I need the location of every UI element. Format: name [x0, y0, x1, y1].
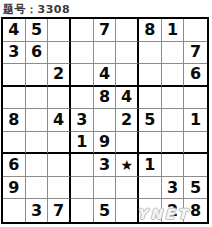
puzzle-title: 题号：3308	[3, 2, 70, 17]
cell-r2c9: 7	[184, 42, 207, 65]
cell-r9c8: 2	[162, 199, 185, 222]
cell-r9c1	[3, 199, 26, 222]
cell-r7c9	[184, 154, 207, 177]
cell-r1c6	[116, 19, 139, 42]
cell-r3c6	[116, 64, 139, 87]
cell-r5c3: 4	[48, 109, 71, 132]
cell-r2c5	[94, 42, 117, 65]
cell-r2c3	[48, 42, 71, 65]
cell-r1c8: 1	[162, 19, 185, 42]
cell-r4c4	[71, 87, 94, 110]
cell-r6c6	[116, 132, 139, 155]
cell-r8c8: 3	[162, 177, 185, 200]
cell-r6c1	[3, 132, 26, 155]
cell-r4c2	[26, 87, 49, 110]
cell-r4c3	[48, 87, 71, 110]
cell-r2c6	[116, 42, 139, 65]
cell-r9c5: 5	[94, 199, 117, 222]
cell-r5c1: 8	[3, 109, 26, 132]
cell-r7c5: 3	[94, 154, 117, 177]
cell-r7c2	[26, 154, 49, 177]
cell-r2c2: 6	[26, 42, 49, 65]
cell-r6c9	[184, 132, 207, 155]
cell-r3c2	[26, 64, 49, 87]
cell-r8c6	[116, 177, 139, 200]
sudoku-board: 45781367246848432511963★193537528	[1, 17, 209, 224]
cell-r1c9	[184, 19, 207, 42]
cell-r9c6	[116, 199, 139, 222]
cell-r5c4: 3	[71, 109, 94, 132]
cell-r4c5: 8	[94, 87, 117, 110]
cell-r9c2: 3	[26, 199, 49, 222]
cell-r7c1: 6	[3, 154, 26, 177]
cell-r7c4	[71, 154, 94, 177]
cell-r4c8	[162, 87, 185, 110]
cell-r3c4	[71, 64, 94, 87]
cell-r7c3	[48, 154, 71, 177]
cell-r4c9	[184, 87, 207, 110]
cell-r6c3	[48, 132, 71, 155]
cell-r2c8	[162, 42, 185, 65]
cell-r1c1: 4	[3, 19, 26, 42]
cell-r8c1: 9	[3, 177, 26, 200]
cell-r1c2: 5	[26, 19, 49, 42]
cell-r2c7	[139, 42, 162, 65]
cell-r6c8	[162, 132, 185, 155]
cell-r3c9: 6	[184, 64, 207, 87]
cell-r1c4	[71, 19, 94, 42]
cell-r1c7: 8	[139, 19, 162, 42]
cell-r6c5: 9	[94, 132, 117, 155]
cell-r5c6: 2	[116, 109, 139, 132]
sudoku-page: 题号：3308 45781367246848432511963★19353752…	[0, 0, 212, 227]
cell-r8c5	[94, 177, 117, 200]
cell-r3c8	[162, 64, 185, 87]
cell-r8c4	[71, 177, 94, 200]
cell-r4c1	[3, 87, 26, 110]
cell-r8c7	[139, 177, 162, 200]
cell-r3c3: 2	[48, 64, 71, 87]
cell-r5c9: 1	[184, 109, 207, 132]
cell-r1c3	[48, 19, 71, 42]
cell-r8c9: 5	[184, 177, 207, 200]
cell-r5c5	[94, 109, 117, 132]
cell-r1c5: 7	[94, 19, 117, 42]
cell-r2c4	[71, 42, 94, 65]
cell-r9c7	[139, 199, 162, 222]
cell-r9c3: 7	[48, 199, 71, 222]
cell-r6c7	[139, 132, 162, 155]
cell-r7c6: ★	[116, 154, 139, 177]
cell-r2c1: 3	[3, 42, 26, 65]
cell-r5c7: 5	[139, 109, 162, 132]
cell-r5c8	[162, 109, 185, 132]
cell-r7c7: 1	[139, 154, 162, 177]
cell-r8c3	[48, 177, 71, 200]
cell-r5c2	[26, 109, 49, 132]
cell-r7c8	[162, 154, 185, 177]
cell-r9c9: 8	[184, 199, 207, 222]
cell-r3c7	[139, 64, 162, 87]
cell-r3c1	[3, 64, 26, 87]
cell-r9c4	[71, 199, 94, 222]
cell-r3c5: 4	[94, 64, 117, 87]
cell-r8c2	[26, 177, 49, 200]
cell-r4c6: 4	[116, 87, 139, 110]
cell-r6c4: 1	[71, 132, 94, 155]
cell-r4c7	[139, 87, 162, 110]
cell-r6c2	[26, 132, 49, 155]
